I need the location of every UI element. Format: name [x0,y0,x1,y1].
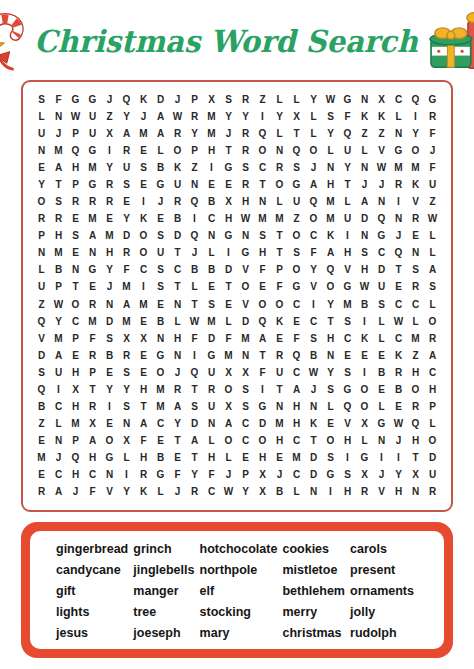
grid-cell-r10c22[interactable]: Q [390,245,407,262]
grid-cell-r1c21[interactable]: X [373,91,390,108]
grid-cell-r8c12[interactable]: H [220,211,237,228]
grid-cell-r9c10[interactable]: Q [186,228,203,245]
grid-cell-r4c23[interactable]: O [407,142,424,159]
grid-cell-r19c6[interactable]: S [118,399,135,416]
grid-cell-r12c1[interactable]: U [33,279,50,296]
grid-cell-r7c8[interactable]: J [152,194,169,211]
grid-cell-r3c24[interactable]: F [424,125,441,142]
grid-cell-r18c2[interactable]: I [50,381,67,398]
grid-cell-r17c12[interactable]: X [220,364,237,381]
grid-cell-r1c5[interactable]: J [101,91,118,108]
grid-cell-r24c18[interactable]: I [322,484,339,501]
grid-cell-r17c7[interactable]: E [135,364,152,381]
grid-cell-r4c4[interactable]: G [84,142,101,159]
grid-cell-r2c24[interactable]: R [424,108,441,125]
grid-cell-r16c9[interactable]: N [169,347,186,364]
grid-cell-r20c24[interactable]: L [424,416,441,433]
grid-cell-r6c2[interactable]: T [50,176,67,193]
grid-cell-r21c9[interactable]: T [169,433,186,450]
grid-cell-r1c9[interactable]: J [169,91,186,108]
grid-cell-r9c1[interactable]: P [33,228,50,245]
grid-cell-r13c5[interactable]: N [101,296,118,313]
grid-cell-r12c2[interactable]: P [50,279,67,296]
grid-cell-r1c1[interactable]: S [33,91,50,108]
grid-cell-r7c10[interactable]: Q [186,194,203,211]
grid-cell-r17c6[interactable]: S [118,364,135,381]
grid-cell-r5c15[interactable]: R [271,159,288,176]
grid-cell-r24c13[interactable]: Y [237,484,254,501]
grid-cell-r20c19[interactable]: V [339,416,356,433]
grid-cell-r18c20[interactable]: O [356,381,373,398]
grid-cell-r23c3[interactable]: H [67,467,84,484]
grid-cell-r12c6[interactable]: M [118,279,135,296]
grid-cell-r22c13[interactable]: E [237,450,254,467]
grid-cell-r5c19[interactable]: Y [339,159,356,176]
grid-cell-r5c12[interactable]: G [220,159,237,176]
grid-cell-r5c23[interactable]: M [407,159,424,176]
grid-cell-r16c22[interactable]: K [390,347,407,364]
grid-cell-r12c8[interactable]: S [152,279,169,296]
grid-cell-r3c17[interactable]: L [305,125,322,142]
grid-cell-r13c1[interactable]: Z [33,296,50,313]
grid-cell-r7c5[interactable]: R [101,194,118,211]
grid-cell-r5c21[interactable]: W [373,159,390,176]
grid-cell-r7c24[interactable]: Z [424,194,441,211]
grid-cell-r10c10[interactable]: J [186,245,203,262]
grid-cell-r19c12[interactable]: X [220,399,237,416]
grid-cell-r22c20[interactable]: G [356,450,373,467]
grid-cell-r5c10[interactable]: Z [186,159,203,176]
grid-cell-r23c14[interactable]: X [254,467,271,484]
grid-cell-r10c14[interactable]: H [254,245,271,262]
grid-cell-r22c4[interactable]: H [84,450,101,467]
grid-cell-r21c17[interactable]: T [305,433,322,450]
grid-cell-r16c17[interactable]: B [305,347,322,364]
grid-cell-r7c15[interactable]: L [271,194,288,211]
grid-cell-r23c5[interactable]: N [101,467,118,484]
grid-cell-r2c16[interactable]: X [288,108,305,125]
grid-cell-r2c15[interactable]: Y [271,108,288,125]
grid-cell-r17c21[interactable]: B [373,364,390,381]
grid-cell-r23c7[interactable]: R [135,467,152,484]
grid-cell-r19c1[interactable]: B [33,399,50,416]
grid-cell-r8c19[interactable]: U [339,211,356,228]
grid-cell-r6c21[interactable]: J [373,176,390,193]
grid-cell-r4c7[interactable]: E [135,142,152,159]
grid-cell-r9c3[interactable]: S [67,228,84,245]
grid-cell-r4c11[interactable]: H [203,142,220,159]
grid-cell-r11c17[interactable]: Y [305,262,322,279]
grid-cell-r21c11[interactable]: L [203,433,220,450]
grid-cell-r6c6[interactable]: S [118,176,135,193]
grid-cell-r19c21[interactable]: L [373,399,390,416]
grid-cell-r17c13[interactable]: X [237,364,254,381]
grid-cell-r8c3[interactable]: E [67,211,84,228]
grid-cell-r2c12[interactable]: Y [220,108,237,125]
grid-cell-r15c6[interactable]: X [118,330,135,347]
grid-cell-r19c20[interactable]: O [356,399,373,416]
grid-cell-r24c4[interactable]: F [84,484,101,501]
grid-cell-r10c15[interactable]: T [271,245,288,262]
grid-cell-r20c22[interactable]: W [390,416,407,433]
grid-cell-r16c13[interactable]: N [237,347,254,364]
grid-cell-r15c4[interactable]: F [84,330,101,347]
grid-cell-r20c23[interactable]: Q [407,416,424,433]
grid-cell-r15c9[interactable]: H [169,330,186,347]
grid-cell-r18c7[interactable]: H [135,381,152,398]
grid-cell-r12c7[interactable]: I [135,279,152,296]
grid-cell-r13c19[interactable]: M [339,296,356,313]
grid-cell-r12c9[interactable]: T [169,279,186,296]
grid-cell-r6c23[interactable]: K [407,176,424,193]
grid-cell-r12c19[interactable]: G [339,279,356,296]
grid-cell-r17c1[interactable]: S [33,364,50,381]
grid-cell-r2c3[interactable]: W [67,108,84,125]
grid-cell-r5c4[interactable]: M [84,159,101,176]
grid-cell-r18c11[interactable]: R [203,381,220,398]
grid-cell-r15c23[interactable]: M [407,330,424,347]
grid-cell-r6c18[interactable]: H [322,176,339,193]
grid-cell-r9c2[interactable]: H [50,228,67,245]
grid-cell-r1c10[interactable]: P [186,91,203,108]
grid-cell-r2c1[interactable]: L [33,108,50,125]
grid-cell-r17c24[interactable]: C [424,364,441,381]
grid-cell-r9c17[interactable]: C [305,228,322,245]
grid-cell-r13c16[interactable]: C [288,296,305,313]
grid-cell-r8c13[interactable]: W [237,211,254,228]
grid-cell-r2c14[interactable]: I [254,108,271,125]
grid-cell-r4c9[interactable]: O [169,142,186,159]
grid-cell-r8c24[interactable]: W [424,211,441,228]
grid-cell-r8c9[interactable]: B [169,211,186,228]
grid-cell-r4c15[interactable]: N [271,142,288,159]
grid-cell-r21c22[interactable]: J [390,433,407,450]
grid-cell-r9c20[interactable]: N [356,228,373,245]
grid-cell-r11c24[interactable]: A [424,262,441,279]
grid-cell-r21c2[interactable]: N [50,433,67,450]
grid-cell-r10c17[interactable]: F [305,245,322,262]
grid-cell-r17c18[interactable]: Y [322,364,339,381]
grid-cell-r22c14[interactable]: H [254,450,271,467]
grid-cell-r6c10[interactable]: N [186,176,203,193]
grid-cell-r18c5[interactable]: Y [101,381,118,398]
grid-cell-r9c4[interactable]: A [84,228,101,245]
grid-cell-r15c2[interactable]: M [50,330,67,347]
grid-cell-r20c1[interactable]: Z [33,416,50,433]
grid-cell-r16c3[interactable]: E [67,347,84,364]
grid-cell-r3c3[interactable]: P [67,125,84,142]
grid-cell-r5c5[interactable]: Y [101,159,118,176]
grid-cell-r16c12[interactable]: M [220,347,237,364]
grid-cell-r13c15[interactable]: O [271,296,288,313]
grid-cell-r24c2[interactable]: A [50,484,67,501]
grid-cell-r2c17[interactable]: L [305,108,322,125]
grid-cell-r16c21[interactable]: E [373,347,390,364]
grid-cell-r3c7[interactable]: M [135,125,152,142]
grid-cell-r6c19[interactable]: T [339,176,356,193]
grid-cell-r7c3[interactable]: R [67,194,84,211]
grid-cell-r10c5[interactable]: H [101,245,118,262]
grid-cell-r1c12[interactable]: S [220,91,237,108]
grid-cell-r18c14[interactable]: I [254,381,271,398]
grid-cell-r13c3[interactable]: O [67,296,84,313]
grid-cell-r17c5[interactable]: E [101,364,118,381]
grid-cell-r23c4[interactable]: C [84,467,101,484]
grid-cell-r6c3[interactable]: P [67,176,84,193]
grid-cell-r14c13[interactable]: D [237,313,254,330]
grid-cell-r13c6[interactable]: A [118,296,135,313]
grid-cell-r18c22[interactable]: B [390,381,407,398]
grid-cell-r2c11[interactable]: M [203,108,220,125]
grid-cell-r13c17[interactable]: I [305,296,322,313]
grid-cell-r19c2[interactable]: C [50,399,67,416]
grid-cell-r2c20[interactable]: K [356,108,373,125]
grid-cell-r15c16[interactable]: F [288,330,305,347]
grid-cell-r18c16[interactable]: A [288,381,305,398]
grid-cell-r17c2[interactable]: U [50,364,67,381]
grid-cell-r14c10[interactable]: W [186,313,203,330]
grid-cell-r21c10[interactable]: A [186,433,203,450]
grid-cell-r14c16[interactable]: E [288,313,305,330]
grid-cell-r9c19[interactable]: I [339,228,356,245]
grid-cell-r21c21[interactable]: N [373,433,390,450]
grid-cell-r22c18[interactable]: S [322,450,339,467]
grid-cell-r18c24[interactable]: H [424,381,441,398]
grid-cell-r15c15[interactable]: E [271,330,288,347]
grid-cell-r10c9[interactable]: T [169,245,186,262]
grid-cell-r13c20[interactable]: B [356,296,373,313]
grid-cell-r12c16[interactable]: G [288,279,305,296]
grid-cell-r2c22[interactable]: L [390,108,407,125]
grid-cell-r6c14[interactable]: T [254,176,271,193]
grid-cell-r8c10[interactable]: I [186,211,203,228]
grid-cell-r13c21[interactable]: S [373,296,390,313]
grid-cell-r19c13[interactable]: S [237,399,254,416]
grid-cell-r3c5[interactable]: X [101,125,118,142]
grid-cell-r5c13[interactable]: S [237,159,254,176]
grid-cell-r21c16[interactable]: C [288,433,305,450]
grid-cell-r20c8[interactable]: C [152,416,169,433]
grid-cell-r23c19[interactable]: S [339,467,356,484]
grid-cell-r6c12[interactable]: E [220,176,237,193]
grid-cell-r7c9[interactable]: R [169,194,186,211]
grid-cell-r12c18[interactable]: O [322,279,339,296]
grid-cell-r17c8[interactable]: O [152,364,169,381]
grid-cell-r8c23[interactable]: R [407,211,424,228]
grid-cell-r21c1[interactable]: E [33,433,50,450]
grid-cell-r2c2[interactable]: N [50,108,67,125]
grid-cell-r4c8[interactable]: L [152,142,169,159]
grid-cell-r6c7[interactable]: E [135,176,152,193]
grid-cell-r3c11[interactable]: M [203,125,220,142]
grid-cell-r14c22[interactable]: W [390,313,407,330]
grid-cell-r23c9[interactable]: F [169,467,186,484]
grid-cell-r20c9[interactable]: Y [169,416,186,433]
grid-cell-r14c23[interactable]: L [407,313,424,330]
grid-cell-r1c11[interactable]: X [203,91,220,108]
grid-cell-r19c23[interactable]: R [407,399,424,416]
grid-cell-r3c15[interactable]: L [271,125,288,142]
grid-cell-r24c21[interactable]: V [373,484,390,501]
grid-cell-r19c9[interactable]: A [169,399,186,416]
grid-cell-r14c18[interactable]: T [322,313,339,330]
grid-cell-r11c14[interactable]: F [254,262,271,279]
grid-cell-r2c4[interactable]: U [84,108,101,125]
grid-cell-r21c12[interactable]: O [220,433,237,450]
grid-cell-r1c4[interactable]: G [84,91,101,108]
grid-cell-r16c14[interactable]: T [254,347,271,364]
grid-cell-r10c16[interactable]: S [288,245,305,262]
grid-cell-r16c10[interactable]: I [186,347,203,364]
grid-cell-r3c2[interactable]: J [50,125,67,142]
grid-cell-r14c8[interactable]: B [152,313,169,330]
grid-cell-r5c7[interactable]: S [135,159,152,176]
grid-cell-r18c17[interactable]: J [305,381,322,398]
grid-cell-r22c21[interactable]: I [373,450,390,467]
grid-cell-r22c3[interactable]: Q [67,450,84,467]
grid-cell-r7c14[interactable]: N [254,194,271,211]
grid-cell-r10c24[interactable]: L [424,245,441,262]
grid-cell-r24c6[interactable]: Y [118,484,135,501]
grid-cell-r2c23[interactable]: I [407,108,424,125]
grid-cell-r23c6[interactable]: I [118,467,135,484]
grid-cell-r1c8[interactable]: D [152,91,169,108]
grid-cell-r5c16[interactable]: S [288,159,305,176]
grid-cell-r18c23[interactable]: O [407,381,424,398]
grid-cell-r21c5[interactable]: O [101,433,118,450]
grid-cell-r16c24[interactable]: A [424,347,441,364]
grid-cell-r12c14[interactable]: E [254,279,271,296]
grid-cell-r7c11[interactable]: B [203,194,220,211]
grid-cell-r10c7[interactable]: O [135,245,152,262]
grid-cell-r13c12[interactable]: E [220,296,237,313]
grid-cell-r12c10[interactable]: L [186,279,203,296]
grid-cell-r15c1[interactable]: V [33,330,50,347]
grid-cell-r5c9[interactable]: K [169,159,186,176]
grid-cell-r22c9[interactable]: E [169,450,186,467]
grid-cell-r12c15[interactable]: F [271,279,288,296]
grid-cell-r15c20[interactable]: K [356,330,373,347]
grid-cell-r18c1[interactable]: Q [33,381,50,398]
grid-cell-r22c15[interactable]: E [271,450,288,467]
grid-cell-r20c4[interactable]: X [84,416,101,433]
grid-cell-r11c4[interactable]: G [84,262,101,279]
grid-cell-r24c16[interactable]: L [288,484,305,501]
grid-cell-r10c3[interactable]: E [67,245,84,262]
grid-cell-r3c18[interactable]: Y [322,125,339,142]
grid-cell-r10c20[interactable]: S [356,245,373,262]
grid-cell-r7c19[interactable]: L [339,194,356,211]
grid-cell-r17c17[interactable]: W [305,364,322,381]
grid-cell-r4c3[interactable]: Q [67,142,84,159]
grid-cell-r9c11[interactable]: N [203,228,220,245]
grid-cell-r8c15[interactable]: M [271,211,288,228]
grid-cell-r16c7[interactable]: E [135,347,152,364]
grid-cell-r20c12[interactable]: A [220,416,237,433]
grid-cell-r20c5[interactable]: E [101,416,118,433]
grid-cell-r14c11[interactable]: M [203,313,220,330]
grid-cell-r2c8[interactable]: A [152,108,169,125]
grid-cell-r19c24[interactable]: P [424,399,441,416]
grid-cell-r18c10[interactable]: T [186,381,203,398]
grid-cell-r23c8[interactable]: G [152,467,169,484]
grid-cell-r19c7[interactable]: T [135,399,152,416]
grid-cell-r5c3[interactable]: H [67,159,84,176]
grid-cell-r18c19[interactable]: G [339,381,356,398]
grid-cell-r12c12[interactable]: T [220,279,237,296]
grid-cell-r1c2[interactable]: F [50,91,67,108]
grid-cell-r1c24[interactable]: G [424,91,441,108]
grid-cell-r4c21[interactable]: V [373,142,390,159]
grid-cell-r20c11[interactable]: N [203,416,220,433]
grid-cell-r6c5[interactable]: R [101,176,118,193]
grid-cell-r23c15[interactable]: J [271,467,288,484]
grid-cell-r7c21[interactable]: N [373,194,390,211]
grid-cell-r1c7[interactable]: K [135,91,152,108]
grid-cell-r8c20[interactable]: D [356,211,373,228]
grid-cell-r1c23[interactable]: Q [407,91,424,108]
grid-cell-r24c11[interactable]: C [203,484,220,501]
grid-cell-r21c18[interactable]: O [322,433,339,450]
grid-cell-r6c11[interactable]: E [203,176,220,193]
grid-cell-r14c17[interactable]: C [305,313,322,330]
grid-cell-r16c19[interactable]: E [339,347,356,364]
grid-cell-r24c20[interactable]: R [356,484,373,501]
grid-cell-r21c3[interactable]: P [67,433,84,450]
grid-cell-r1c14[interactable]: Z [254,91,271,108]
grid-cell-r11c23[interactable]: S [407,262,424,279]
grid-cell-r14c24[interactable]: O [424,313,441,330]
grid-cell-r24c3[interactable]: J [67,484,84,501]
grid-cell-r20c10[interactable]: D [186,416,203,433]
grid-cell-r8c4[interactable]: M [84,211,101,228]
grid-cell-r21c8[interactable]: E [152,433,169,450]
grid-cell-r2c21[interactable]: K [373,108,390,125]
grid-cell-r3c14[interactable]: Q [254,125,271,142]
grid-cell-r6c13[interactable]: R [237,176,254,193]
grid-cell-r13c13[interactable]: V [237,296,254,313]
grid-cell-r19c11[interactable]: U [203,399,220,416]
grid-cell-r21c19[interactable]: H [339,433,356,450]
grid-cell-r7c20[interactable]: A [356,194,373,211]
grid-cell-r5c22[interactable]: M [390,159,407,176]
grid-cell-r17c15[interactable]: U [271,364,288,381]
grid-cell-r24c19[interactable]: H [339,484,356,501]
grid-cell-r14c2[interactable]: Y [50,313,67,330]
grid-cell-r11c7[interactable]: C [135,262,152,279]
grid-cell-r7c13[interactable]: H [237,194,254,211]
grid-cell-r22c12[interactable]: L [220,450,237,467]
grid-cell-r2c18[interactable]: S [322,108,339,125]
grid-cell-r2c6[interactable]: Y [118,108,135,125]
grid-cell-r18c13[interactable]: S [237,381,254,398]
grid-cell-r2c9[interactable]: W [169,108,186,125]
grid-cell-r23c2[interactable]: C [50,467,67,484]
grid-cell-r14c4[interactable]: M [84,313,101,330]
grid-cell-r14c19[interactable]: S [339,313,356,330]
grid-cell-r19c10[interactable]: S [186,399,203,416]
grid-cell-r20c18[interactable]: E [322,416,339,433]
grid-cell-r15c22[interactable]: C [390,330,407,347]
grid-cell-r23c13[interactable]: P [237,467,254,484]
grid-cell-r22c5[interactable]: G [101,450,118,467]
grid-cell-r13c4[interactable]: R [84,296,101,313]
grid-cell-r4c6[interactable]: R [118,142,135,159]
grid-cell-r22c10[interactable]: T [186,450,203,467]
grid-cell-r1c17[interactable]: Y [305,91,322,108]
grid-cell-r20c17[interactable]: K [305,416,322,433]
grid-cell-r16c1[interactable]: D [33,347,50,364]
